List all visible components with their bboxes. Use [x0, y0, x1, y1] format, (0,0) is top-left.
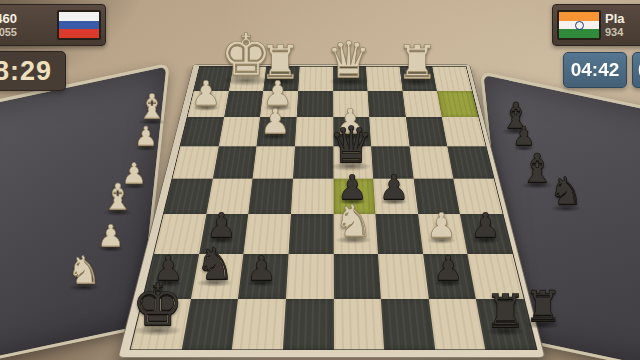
captured-white-bishop: ♝: [100, 178, 136, 216]
white-pawn-c3[interactable]: ♟: [258, 104, 292, 140]
square-g3[interactable]: [406, 117, 448, 146]
square-c8[interactable]: [232, 299, 286, 350]
black-pawn-h6[interactable]: ♟: [468, 208, 502, 244]
white-pawn-a2[interactable]: ♟: [189, 76, 223, 112]
square-f6[interactable]: [376, 214, 423, 254]
square-d8[interactable]: [283, 299, 334, 350]
black-king-a8[interactable]: ♚: [129, 275, 187, 336]
square-c5[interactable]: [248, 179, 292, 215]
black-knight-b7[interactable]: ♞: [193, 241, 237, 287]
left-player-clock: 08:29: [0, 51, 66, 91]
square-a4[interactable]: [172, 146, 218, 178]
russia-flag-icon: [57, 10, 101, 40]
captured-white-knight: ♞: [65, 251, 103, 291]
white-pawn-g6[interactable]: ♟: [424, 208, 458, 244]
square-b8[interactable]: [181, 299, 238, 350]
right-player-rating: 934: [605, 26, 640, 39]
square-e7[interactable]: [333, 254, 381, 299]
square-d6[interactable]: [288, 214, 333, 254]
square-h4[interactable]: [448, 146, 494, 178]
square-d5[interactable]: [291, 179, 333, 215]
captured-white-pawn: ♟: [133, 123, 159, 150]
right-player-panel: Pla 934: [552, 4, 640, 46]
square-f8[interactable]: [381, 299, 435, 350]
square-g2[interactable]: [402, 91, 442, 118]
right-move-clock: 0: [632, 52, 640, 88]
ashoka-chakra-icon: [575, 21, 584, 30]
square-a3[interactable]: [180, 117, 224, 146]
square-f7[interactable]: [378, 254, 428, 299]
captured-black-knight: ♞: [547, 172, 585, 212]
white-knight-e6[interactable]: ♞: [331, 198, 375, 244]
square-e8[interactable]: [333, 299, 384, 350]
black-pawn-c7[interactable]: ♟: [245, 251, 279, 287]
captured-black-rook: ♜: [522, 285, 564, 329]
right-player-clock: 04:42: [563, 52, 627, 88]
black-queen-e4[interactable]: ♛: [326, 119, 376, 172]
black-pawn-g7[interactable]: ♟: [431, 251, 465, 287]
white-rook-g1[interactable]: ♜: [394, 38, 440, 86]
left-player-name: yer-460: [0, 11, 17, 26]
captured-white-bishop: ♝: [135, 89, 169, 125]
square-d2[interactable]: [297, 91, 333, 118]
square-f2[interactable]: [368, 91, 406, 118]
square-c4[interactable]: [253, 146, 295, 178]
right-player-name: Pla: [605, 11, 640, 26]
left-player-rating: 1055: [0, 26, 17, 39]
square-b4[interactable]: [213, 146, 257, 178]
india-flag-icon: [557, 10, 601, 40]
left-player-panel: yer-460 1055: [0, 4, 106, 46]
square-h3[interactable]: [442, 117, 486, 146]
square-d7[interactable]: [286, 254, 334, 299]
square-g4[interactable]: [409, 146, 453, 178]
black-rook-h8[interactable]: ♜: [482, 287, 528, 335]
game-screen: ♝♟♟♝♟♞♝♟♝♞♜ ♚♜♛♜♟♟♟♟♛♟♟♞♟♟♟♟♟♟♞♚♜ yer-46…: [0, 0, 640, 360]
square-h2[interactable]: [437, 91, 478, 118]
white-queen-e1[interactable]: ♛: [324, 34, 374, 87]
square-b3[interactable]: [218, 117, 260, 146]
black-pawn-f5[interactable]: ♟: [377, 170, 411, 206]
